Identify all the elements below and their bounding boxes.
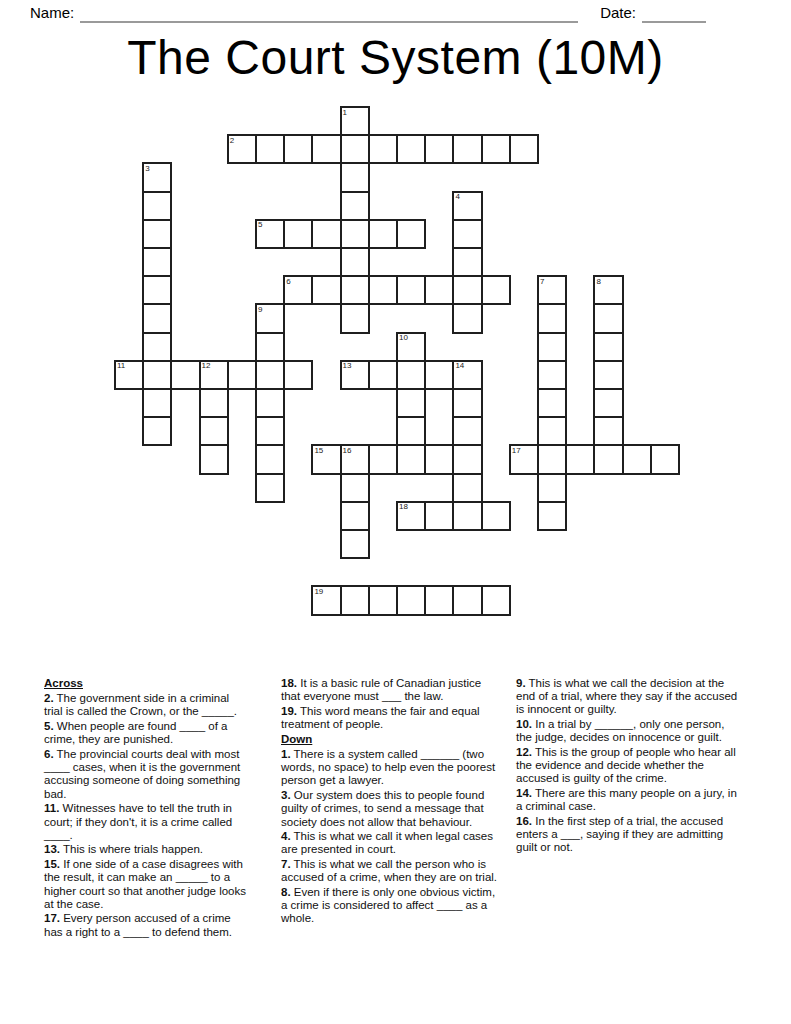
clue-6: 6. The provincial courts deal with most … [44,748,250,801]
clue-19: 19. This word means the fair and equal t… [281,705,499,731]
grid-cell-9-2[interactable] [170,360,200,390]
clue-number: 19. [281,705,297,717]
grid-cell-3-12[interactable] [452,191,482,221]
grid-cell-5-12[interactable] [452,247,482,277]
grid-cell-6-12[interactable] [452,275,482,305]
grid-cell-4-6[interactable] [283,219,313,249]
clue-10: 10. In a trial by ______, only one perso… [516,718,742,744]
grid-cell-9-8[interactable] [340,360,370,390]
grid-cell-12-9[interactable] [368,444,398,474]
grid-cell-3-1[interactable] [142,191,172,221]
grid-cell-8-1[interactable] [142,332,172,362]
grid-cell-1-5[interactable] [255,134,285,164]
grid-cell-17-11[interactable] [424,585,454,615]
grid-cell-12-7[interactable] [311,444,341,474]
grid-cell-12-12[interactable] [452,444,482,474]
grid-cell-10-15[interactable] [537,388,567,418]
grid-cell-6-7[interactable] [311,275,341,305]
clue-number: 12. [516,746,532,758]
grid-cell-12-11[interactable] [424,444,454,474]
grid-cell-1-8[interactable] [340,134,370,164]
grid-cell-3-8[interactable] [340,191,370,221]
grid-cell-9-10[interactable] [396,360,426,390]
clue-number: 4. [281,830,291,842]
grid-cell-7-8[interactable] [340,303,370,333]
grid-cell-6-10[interactable] [396,275,426,305]
grid-cell-13-8[interactable] [340,473,370,503]
grid-cell-9-9[interactable] [368,360,398,390]
grid-cell-14-12[interactable] [452,501,482,531]
name-blank-line[interactable] [80,3,578,23]
grid-cell-11-12[interactable] [452,416,482,446]
grid-cell-10-10[interactable] [396,388,426,418]
clue-3: 3. Our system does this to people found … [281,789,499,829]
grid-cell-1-6[interactable] [283,134,313,164]
clue-5: 5. When people are found ____ of a crime… [44,720,250,746]
clue-14: 14. There are this many people on a jury… [516,787,742,813]
clue-number: 10. [516,718,532,730]
clue-number: 18. [281,677,297,689]
grid-cell-6-6[interactable] [283,275,313,305]
grid-cell-8-10[interactable] [396,332,426,362]
clue-8: 8. Even if there is only one obvious vic… [281,886,499,926]
clue-number: 8. [281,886,291,898]
grid-cell-10-17[interactable] [593,388,623,418]
grid-cell-9-1[interactable] [142,360,172,390]
grid-cell-10-12[interactable] [452,388,482,418]
grid-cell-7-1[interactable] [142,303,172,333]
clue-number: 13. [44,843,60,855]
grid-cell-17-9[interactable] [368,585,398,615]
grid-cell-6-11[interactable] [424,275,454,305]
grid-cell-15-8[interactable] [340,529,370,559]
grid-cell-13-15[interactable] [537,473,567,503]
grid-cell-17-10[interactable] [396,585,426,615]
grid-cell-11-15[interactable] [537,416,567,446]
date-blank-line[interactable] [642,3,706,23]
grid-cell-9-11[interactable] [424,360,454,390]
grid-cell-6-1[interactable] [142,275,172,305]
grid-cell-11-1[interactable] [142,416,172,446]
name-label: Name: [30,3,74,22]
grid-cell-10-5[interactable] [255,388,285,418]
grid-cell-7-12[interactable] [452,303,482,333]
crossword-grid: 12345678910111213141516171819 [114,106,680,616]
grid-cell-12-3[interactable] [199,444,229,474]
grid-cell-4-12[interactable] [452,219,482,249]
grid-cell-7-17[interactable] [593,303,623,333]
grid-cell-9-15[interactable] [537,360,567,390]
clue-18: 18. It is a basic rule of Canadian justi… [281,677,499,703]
grid-cell-6-15[interactable] [537,275,567,305]
grid-cell-9-5[interactable] [255,360,285,390]
grid-cell-1-13[interactable] [481,134,511,164]
grid-cell-5-8[interactable] [340,247,370,277]
clue-number: 17. [44,912,60,924]
grid-cell-1-4[interactable] [227,134,257,164]
grid-cell-10-1[interactable] [142,388,172,418]
grid-cell-12-10[interactable] [396,444,426,474]
grid-cell-11-5[interactable] [255,416,285,446]
grid-cell-0-8[interactable] [340,106,370,136]
clue-heading-across: Across [44,677,250,690]
grid-cell-9-12[interactable] [452,360,482,390]
clue-number: 3. [281,789,291,801]
grid-cell-12-18[interactable] [622,444,652,474]
grid-cell-7-5[interactable] [255,303,285,333]
grid-cell-7-15[interactable] [537,303,567,333]
grid-cell-14-15[interactable] [537,501,567,531]
grid-cell-6-17[interactable] [593,275,623,305]
grid-cell-14-10[interactable] [396,501,426,531]
clue-number: 11. [44,802,59,814]
grid-cell-9-0[interactable] [114,360,144,390]
grid-cell-9-4[interactable] [227,360,257,390]
grid-cell-8-15[interactable] [537,332,567,362]
grid-cell-10-3[interactable] [199,388,229,418]
grid-cell-2-8[interactable] [340,162,370,192]
header: Name: Date: [30,3,717,23]
grid-cell-8-5[interactable] [255,332,285,362]
grid-cell-1-9[interactable] [368,134,398,164]
grid-cell-17-13[interactable] [481,585,511,615]
grid-cell-6-9[interactable] [368,275,398,305]
grid-cell-9-3[interactable] [199,360,229,390]
clue-column-2: 18. It is a basic rule of Canadian justi… [281,677,499,927]
clue-column-3: 9. This is what we call the decision at … [516,677,742,856]
clue-16: 16. In the first step of a trial, the ac… [516,815,742,855]
clue-number: 6. [44,748,54,760]
grid-cell-2-1[interactable] [142,162,172,192]
clue-9: 9. This is what we call the decision at … [516,677,742,717]
grid-cell-1-14[interactable] [509,134,539,164]
grid-cell-9-6[interactable] [283,360,313,390]
grid-cell-12-8[interactable] [340,444,370,474]
clue-heading-down: Down [281,733,499,746]
grid-cell-11-17[interactable] [593,416,623,446]
clue-12: 12. This is the group of people who hear… [516,746,742,786]
clue-7: 7. This is what we call the person who i… [281,858,499,884]
clue-number: 7. [281,858,291,870]
grid-cell-12-14[interactable] [509,444,539,474]
clue-4: 4. This is what we call it when legal ca… [281,830,499,856]
grid-cell-6-13[interactable] [481,275,511,305]
grid-cell-13-12[interactable] [452,473,482,503]
grid-cell-4-1[interactable] [142,219,172,249]
grid-cell-17-12[interactable] [452,585,482,615]
grid-cell-13-5[interactable] [255,473,285,503]
grid-cell-14-8[interactable] [340,501,370,531]
grid-cell-14-11[interactable] [424,501,454,531]
clue-number: 16. [516,815,532,827]
grid-cell-5-1[interactable] [142,247,172,277]
clue-2: 2. The government side in a criminal tri… [44,692,250,718]
clue-1: 1. There is a system called ______ (two … [281,748,499,788]
grid-cell-12-5[interactable] [255,444,285,474]
clue-column-1: Across2. The government side in a crimin… [44,677,250,940]
grid-cell-4-10[interactable] [396,219,426,249]
grid-cell-11-3[interactable] [199,416,229,446]
grid-cell-14-13[interactable] [481,501,511,531]
worksheet-page: Name: Date: The Court System (10M) 12345… [0,0,791,1024]
grid-cell-11-10[interactable] [396,416,426,446]
clue-11: 11. Witnesses have to tell the truth in … [44,802,250,842]
grid-cell-1-11[interactable] [424,134,454,164]
clue-number: 14. [516,787,532,799]
grid-cell-17-8[interactable] [340,585,370,615]
clue-17: 17. Every person accused of a crime has … [44,912,250,938]
clue-15: 15. If one side of a case disagrees with… [44,858,250,911]
grid-cell-1-10[interactable] [396,134,426,164]
grid-cell-6-8[interactable] [340,275,370,305]
grid-cell-17-7[interactable] [311,585,341,615]
grid-cell-9-17[interactable] [593,360,623,390]
grid-cell-4-8[interactable] [340,219,370,249]
clue-number: 5. [44,720,54,732]
grid-cell-4-7[interactable] [311,219,341,249]
grid-cell-12-17[interactable] [593,444,623,474]
grid-cell-12-16[interactable] [565,444,595,474]
grid-cell-12-15[interactable] [537,444,567,474]
grid-cell-1-7[interactable] [311,134,341,164]
grid-cell-8-17[interactable] [593,332,623,362]
grid-cell-12-19[interactable] [650,444,680,474]
date-label: Date: [600,3,636,22]
grid-cell-1-12[interactable] [452,134,482,164]
clue-number: 9. [516,677,526,689]
clue-number: 2. [44,692,54,704]
clue-13: 13. This is where trials happen. [44,843,250,856]
grid-cell-4-5[interactable] [255,219,285,249]
clue-number: 15. [44,858,60,870]
puzzle-title: The Court System (10M) [0,30,791,85]
clue-number: 1. [281,748,291,760]
grid-cell-4-9[interactable] [368,219,398,249]
